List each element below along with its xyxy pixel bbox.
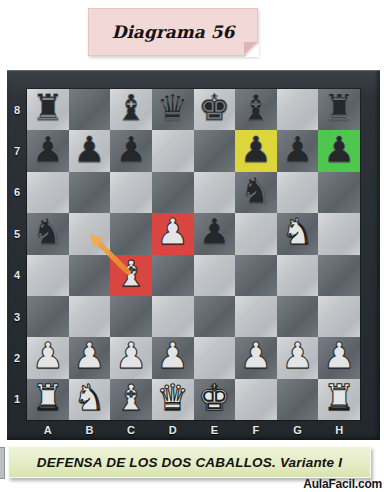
black-pawn-h7: ♟ xyxy=(323,132,355,168)
left-edge-bar xyxy=(0,447,5,479)
square-g3 xyxy=(277,296,319,337)
square-d4 xyxy=(152,255,194,296)
white-rook-h1: ♜ xyxy=(323,380,355,416)
square-e8: ♚ xyxy=(194,89,236,130)
square-d5: ♟ xyxy=(152,213,194,254)
black-pawn-f7: ♟ xyxy=(240,132,272,168)
white-pawn-g2: ♟ xyxy=(281,338,313,374)
square-a3 xyxy=(27,296,69,337)
file-labels: ABCDEFGH xyxy=(27,420,360,440)
square-b6 xyxy=(69,172,111,213)
white-pawn-h2: ♟ xyxy=(323,338,355,374)
square-h6 xyxy=(318,172,360,213)
black-pawn-b7: ♟ xyxy=(73,132,105,168)
square-f4 xyxy=(235,255,277,296)
file-label-g: G xyxy=(277,420,319,440)
file-label-d: D xyxy=(152,420,194,440)
square-b1: ♞ xyxy=(69,379,111,420)
black-queen-d8: ♛ xyxy=(157,90,189,126)
square-e7 xyxy=(194,130,236,171)
square-c8: ♝ xyxy=(110,89,152,130)
square-a7: ♟ xyxy=(27,130,69,171)
square-d6 xyxy=(152,172,194,213)
square-d3 xyxy=(152,296,194,337)
black-rook-h8: ♜ xyxy=(323,90,355,126)
diagram-title-note: Diagrama 56 xyxy=(88,8,258,56)
file-label-a: A xyxy=(27,420,69,440)
black-bishop-f8: ♝ xyxy=(240,90,272,126)
square-e1: ♚ xyxy=(194,379,236,420)
black-pawn-g7: ♟ xyxy=(281,132,313,168)
rank-label-6: 6 xyxy=(7,172,27,213)
square-a2: ♟ xyxy=(27,337,69,378)
square-e5: ♟ xyxy=(194,213,236,254)
square-g1 xyxy=(277,379,319,420)
square-c4: ♝ xyxy=(110,255,152,296)
caption-text: DEFENSA DE LOS DOS CABALLOS. Variante I xyxy=(37,455,342,470)
black-pawn-a7: ♟ xyxy=(32,132,64,168)
chess-board: 87654321 ABCDEFGH ♜♝♛♚♝♜♟♟♟♟♟♟♞♞♟♟♞♝♟♟♟♟… xyxy=(7,70,380,440)
square-f8: ♝ xyxy=(235,89,277,130)
attribution-text: AulaFacil.com xyxy=(303,477,382,491)
square-d1: ♛ xyxy=(152,379,194,420)
square-b3 xyxy=(69,296,111,337)
rank-label-1: 1 xyxy=(7,379,27,420)
square-b2: ♟ xyxy=(69,337,111,378)
rank-label-4: 4 xyxy=(7,255,27,296)
square-g8 xyxy=(277,89,319,130)
rank-label-2: 2 xyxy=(7,337,27,378)
square-d7 xyxy=(152,130,194,171)
square-c5 xyxy=(110,213,152,254)
black-pawn-c7: ♟ xyxy=(115,132,147,168)
white-pawn-a2: ♟ xyxy=(32,338,64,374)
square-b7: ♟ xyxy=(69,130,111,171)
black-rook-a8: ♜ xyxy=(32,90,64,126)
rank-label-8: 8 xyxy=(7,89,27,130)
square-b4 xyxy=(69,255,111,296)
diagram-title: Diagrama 56 xyxy=(112,22,235,42)
rank-label-3: 3 xyxy=(7,296,27,337)
white-pawn-d5: ♟ xyxy=(157,214,189,250)
square-c3 xyxy=(110,296,152,337)
square-a5: ♞ xyxy=(27,213,69,254)
square-h4 xyxy=(318,255,360,296)
square-f7: ♟ xyxy=(235,130,277,171)
file-label-e: E xyxy=(194,420,236,440)
square-b5 xyxy=(69,213,111,254)
file-label-f: F xyxy=(235,420,277,440)
square-d2: ♟ xyxy=(152,337,194,378)
board-grid: ♜♝♛♚♝♜♟♟♟♟♟♟♞♞♟♟♞♝♟♟♟♟♟♟♟♜♞♝♛♚♜ xyxy=(27,89,360,420)
square-h5 xyxy=(318,213,360,254)
black-knight-a5: ♞ xyxy=(32,214,64,250)
square-d8: ♛ xyxy=(152,89,194,130)
white-pawn-f2: ♟ xyxy=(240,338,272,374)
file-label-h: H xyxy=(318,420,360,440)
white-knight-g5: ♞ xyxy=(281,214,313,250)
rank-label-5: 5 xyxy=(7,213,27,254)
file-label-b: B xyxy=(69,420,111,440)
black-knight-f6: ♞ xyxy=(240,173,272,209)
square-a1: ♜ xyxy=(27,379,69,420)
black-king-e8: ♚ xyxy=(198,90,230,126)
rank-labels: 87654321 xyxy=(7,89,27,420)
square-e2 xyxy=(194,337,236,378)
square-a6 xyxy=(27,172,69,213)
white-bishop-c1: ♝ xyxy=(115,380,147,416)
square-h1: ♜ xyxy=(318,379,360,420)
square-g2: ♟ xyxy=(277,337,319,378)
square-c7: ♟ xyxy=(110,130,152,171)
file-label-c: C xyxy=(110,420,152,440)
square-c2: ♟ xyxy=(110,337,152,378)
square-a8: ♜ xyxy=(27,89,69,130)
square-f3 xyxy=(235,296,277,337)
square-h2: ♟ xyxy=(318,337,360,378)
square-e6 xyxy=(194,172,236,213)
square-g5: ♞ xyxy=(277,213,319,254)
caption-box: DEFENSA DE LOS DOS CABALLOS. Variante I xyxy=(8,446,371,478)
square-c1: ♝ xyxy=(110,379,152,420)
white-pawn-d2: ♟ xyxy=(157,338,189,374)
square-f5 xyxy=(235,213,277,254)
black-bishop-c8: ♝ xyxy=(115,90,147,126)
black-pawn-e5: ♟ xyxy=(198,214,230,250)
square-c6 xyxy=(110,172,152,213)
square-h7: ♟ xyxy=(318,130,360,171)
white-queen-d1: ♛ xyxy=(157,380,189,416)
square-e3 xyxy=(194,296,236,337)
square-f1 xyxy=(235,379,277,420)
rank-label-7: 7 xyxy=(7,130,27,171)
white-rook-a1: ♜ xyxy=(32,380,64,416)
square-f6: ♞ xyxy=(235,172,277,213)
square-g7: ♟ xyxy=(277,130,319,171)
square-f2: ♟ xyxy=(235,337,277,378)
square-b8 xyxy=(69,89,111,130)
square-g4 xyxy=(277,255,319,296)
white-pawn-b2: ♟ xyxy=(73,338,105,374)
square-a4 xyxy=(27,255,69,296)
white-king-e1: ♚ xyxy=(198,380,230,416)
white-pawn-c2: ♟ xyxy=(115,338,147,374)
white-knight-b1: ♞ xyxy=(73,380,105,416)
square-h8: ♜ xyxy=(318,89,360,130)
square-e4 xyxy=(194,255,236,296)
square-h3 xyxy=(318,296,360,337)
square-g6 xyxy=(277,172,319,213)
white-bishop-c4: ♝ xyxy=(115,256,147,292)
